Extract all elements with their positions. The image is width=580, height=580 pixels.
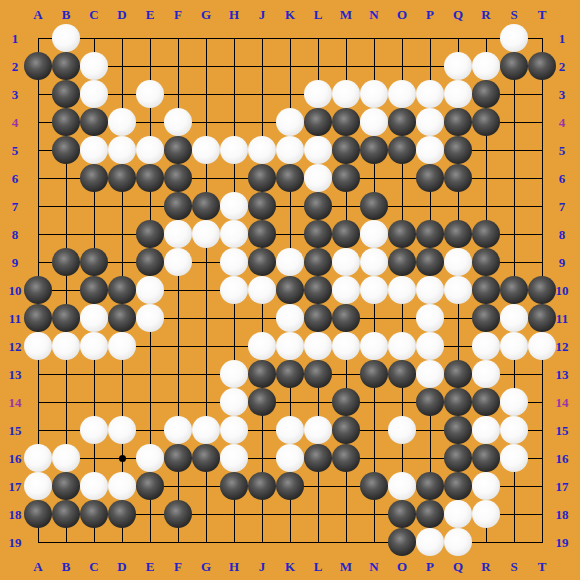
stone-black-R8[interactable] <box>472 220 500 248</box>
go-board: AABBCCDDEEFFGGHHJJKKLLMMNNOOPPQQRRSSTT11… <box>0 0 580 580</box>
stone-white-K5[interactable] <box>276 136 304 164</box>
stone-black-H17[interactable] <box>220 472 248 500</box>
col-label-top-J: J <box>259 8 266 21</box>
col-label-top-H: H <box>229 8 239 21</box>
stone-white-J12[interactable] <box>248 332 276 360</box>
stone-white-B16[interactable] <box>52 444 80 472</box>
stone-white-N4[interactable] <box>360 108 388 136</box>
stone-white-L15[interactable] <box>304 416 332 444</box>
stone-white-R15[interactable] <box>472 416 500 444</box>
stone-white-D4[interactable] <box>108 108 136 136</box>
stone-black-B18[interactable] <box>52 500 80 528</box>
stone-black-E9[interactable] <box>136 248 164 276</box>
col-label-bottom-R: R <box>481 560 490 573</box>
stone-white-D17[interactable] <box>108 472 136 500</box>
stone-black-B17[interactable] <box>52 472 80 500</box>
stone-black-F6[interactable] <box>164 164 192 192</box>
stone-black-M14[interactable] <box>332 388 360 416</box>
stone-black-L16[interactable] <box>304 444 332 472</box>
stone-black-O18[interactable] <box>388 500 416 528</box>
stone-white-R13[interactable] <box>472 360 500 388</box>
stone-white-K4[interactable] <box>276 108 304 136</box>
row-label-right-7: 7 <box>559 200 566 213</box>
stone-black-O19[interactable] <box>388 528 416 556</box>
stone-black-K13[interactable] <box>276 360 304 388</box>
col-label-top-S: S <box>510 8 517 21</box>
stone-white-R2[interactable] <box>472 52 500 80</box>
stone-black-L7[interactable] <box>304 192 332 220</box>
stone-black-P18[interactable] <box>416 500 444 528</box>
stone-white-R17[interactable] <box>472 472 500 500</box>
stone-black-C18[interactable] <box>80 500 108 528</box>
row-label-right-15: 15 <box>556 424 569 437</box>
row-label-right-13: 13 <box>556 368 569 381</box>
stone-black-D6[interactable] <box>108 164 136 192</box>
stone-white-K11[interactable] <box>276 304 304 332</box>
col-label-bottom-S: S <box>510 560 517 573</box>
row-label-left-8: 8 <box>12 228 19 241</box>
stone-black-B9[interactable] <box>52 248 80 276</box>
stone-black-P9[interactable] <box>416 248 444 276</box>
stone-white-O3[interactable] <box>388 80 416 108</box>
stone-black-S10[interactable] <box>500 276 528 304</box>
stone-black-K6[interactable] <box>276 164 304 192</box>
row-label-left-11: 11 <box>9 312 21 325</box>
stone-black-F5[interactable] <box>164 136 192 164</box>
stone-white-P3[interactable] <box>416 80 444 108</box>
col-label-top-P: P <box>426 8 434 21</box>
stone-black-Q4[interactable] <box>444 108 472 136</box>
stone-white-A17[interactable] <box>24 472 52 500</box>
stone-white-M12[interactable] <box>332 332 360 360</box>
stone-black-B3[interactable] <box>52 80 80 108</box>
stone-black-L10[interactable] <box>304 276 332 304</box>
row-label-left-2: 2 <box>12 60 19 73</box>
col-label-bottom-P: P <box>426 560 434 573</box>
stone-black-J14[interactable] <box>248 388 276 416</box>
stone-white-N12[interactable] <box>360 332 388 360</box>
stone-black-K10[interactable] <box>276 276 304 304</box>
stone-white-Q10[interactable] <box>444 276 472 304</box>
row-label-left-19: 19 <box>9 536 22 549</box>
stone-black-M5[interactable] <box>332 136 360 164</box>
stone-black-T11[interactable] <box>528 304 556 332</box>
stone-black-J6[interactable] <box>248 164 276 192</box>
row-label-right-3: 3 <box>559 88 566 101</box>
stone-black-O5[interactable] <box>388 136 416 164</box>
row-label-right-9: 9 <box>559 256 566 269</box>
stone-white-K12[interactable] <box>276 332 304 360</box>
stone-white-O12[interactable] <box>388 332 416 360</box>
stone-white-Q19[interactable] <box>444 528 472 556</box>
stone-white-N8[interactable] <box>360 220 388 248</box>
stone-black-O13[interactable] <box>388 360 416 388</box>
stone-black-C4[interactable] <box>80 108 108 136</box>
stone-black-O8[interactable] <box>388 220 416 248</box>
stone-white-Q18[interactable] <box>444 500 472 528</box>
col-label-bottom-C: C <box>89 560 98 573</box>
col-label-top-T: T <box>538 8 547 21</box>
row-label-left-9: 9 <box>12 256 19 269</box>
stone-white-P11[interactable] <box>416 304 444 332</box>
stone-black-P17[interactable] <box>416 472 444 500</box>
stone-black-S2[interactable] <box>500 52 528 80</box>
stone-black-J8[interactable] <box>248 220 276 248</box>
row-label-left-6: 6 <box>12 172 19 185</box>
stone-black-J9[interactable] <box>248 248 276 276</box>
stone-white-P5[interactable] <box>416 136 444 164</box>
col-label-bottom-G: G <box>201 560 211 573</box>
stone-black-R4[interactable] <box>472 108 500 136</box>
stone-white-J10[interactable] <box>248 276 276 304</box>
stone-white-L3[interactable] <box>304 80 332 108</box>
stone-white-T12[interactable] <box>528 332 556 360</box>
stone-black-R14[interactable] <box>472 388 500 416</box>
row-label-left-14: 14 <box>9 396 22 409</box>
stone-black-Q15[interactable] <box>444 416 472 444</box>
stone-black-Q13[interactable] <box>444 360 472 388</box>
stone-black-M6[interactable] <box>332 164 360 192</box>
stone-black-C10[interactable] <box>80 276 108 304</box>
stone-white-C12[interactable] <box>80 332 108 360</box>
stone-white-D5[interactable] <box>108 136 136 164</box>
stone-black-N5[interactable] <box>360 136 388 164</box>
stone-black-D11[interactable] <box>108 304 136 332</box>
stone-white-P10[interactable] <box>416 276 444 304</box>
row-label-left-12: 12 <box>9 340 22 353</box>
row-label-left-5: 5 <box>12 144 19 157</box>
stone-black-M15[interactable] <box>332 416 360 444</box>
stone-white-Q2[interactable] <box>444 52 472 80</box>
stone-white-D15[interactable] <box>108 416 136 444</box>
stone-white-P12[interactable] <box>416 332 444 360</box>
stone-black-C9[interactable] <box>80 248 108 276</box>
stone-black-M4[interactable] <box>332 108 360 136</box>
col-label-bottom-L: L <box>314 560 323 573</box>
stone-white-G8[interactable] <box>192 220 220 248</box>
col-label-top-M: M <box>340 8 352 21</box>
stone-white-F8[interactable] <box>164 220 192 248</box>
stone-black-F16[interactable] <box>164 444 192 472</box>
stone-white-N3[interactable] <box>360 80 388 108</box>
stone-white-F9[interactable] <box>164 248 192 276</box>
stone-black-J17[interactable] <box>248 472 276 500</box>
row-label-right-10: 10 <box>556 284 569 297</box>
col-label-bottom-F: F <box>174 560 182 573</box>
stone-black-P8[interactable] <box>416 220 444 248</box>
row-label-right-1: 1 <box>559 32 566 45</box>
stone-black-P6[interactable] <box>416 164 444 192</box>
stone-white-L6[interactable] <box>304 164 332 192</box>
stone-black-A18[interactable] <box>24 500 52 528</box>
stone-white-O10[interactable] <box>388 276 416 304</box>
stone-white-G5[interactable] <box>192 136 220 164</box>
stone-white-K16[interactable] <box>276 444 304 472</box>
col-label-top-K: K <box>285 8 295 21</box>
stone-white-C15[interactable] <box>80 416 108 444</box>
row-label-left-1: 1 <box>12 32 19 45</box>
stone-white-S11[interactable] <box>500 304 528 332</box>
stone-white-M9[interactable] <box>332 248 360 276</box>
col-label-top-A: A <box>33 8 42 21</box>
stone-white-H10[interactable] <box>220 276 248 304</box>
col-label-top-E: E <box>146 8 155 21</box>
stone-white-L12[interactable] <box>304 332 332 360</box>
stone-black-G7[interactable] <box>192 192 220 220</box>
row-label-right-18: 18 <box>556 508 569 521</box>
row-label-right-5: 5 <box>559 144 566 157</box>
col-label-bottom-E: E <box>146 560 155 573</box>
col-label-bottom-D: D <box>117 560 126 573</box>
stone-black-R16[interactable] <box>472 444 500 472</box>
stone-white-H7[interactable] <box>220 192 248 220</box>
col-label-top-N: N <box>369 8 378 21</box>
stone-black-P14[interactable] <box>416 388 444 416</box>
star-point-D16 <box>119 455 126 462</box>
stone-black-A2[interactable] <box>24 52 52 80</box>
row-label-right-19: 19 <box>556 536 569 549</box>
stone-white-K9[interactable] <box>276 248 304 276</box>
stone-black-A11[interactable] <box>24 304 52 332</box>
stone-white-N9[interactable] <box>360 248 388 276</box>
stone-white-E5[interactable] <box>136 136 164 164</box>
stone-black-D10[interactable] <box>108 276 136 304</box>
stone-white-Q3[interactable] <box>444 80 472 108</box>
stone-black-B11[interactable] <box>52 304 80 332</box>
stone-white-C5[interactable] <box>80 136 108 164</box>
col-label-top-R: R <box>481 8 490 21</box>
stone-black-M16[interactable] <box>332 444 360 472</box>
stone-white-C2[interactable] <box>80 52 108 80</box>
row-label-right-8: 8 <box>559 228 566 241</box>
stone-black-L13[interactable] <box>304 360 332 388</box>
stone-black-C6[interactable] <box>80 164 108 192</box>
stone-black-T2[interactable] <box>528 52 556 80</box>
stone-white-P19[interactable] <box>416 528 444 556</box>
stone-white-E10[interactable] <box>136 276 164 304</box>
row-label-left-15: 15 <box>9 424 22 437</box>
stone-white-L5[interactable] <box>304 136 332 164</box>
stone-black-N13[interactable] <box>360 360 388 388</box>
stone-white-N10[interactable] <box>360 276 388 304</box>
stone-black-J13[interactable] <box>248 360 276 388</box>
stone-black-R9[interactable] <box>472 248 500 276</box>
col-label-top-B: B <box>62 8 71 21</box>
stone-white-H9[interactable] <box>220 248 248 276</box>
stone-white-S1[interactable] <box>500 24 528 52</box>
stone-white-O15[interactable] <box>388 416 416 444</box>
stone-black-B4[interactable] <box>52 108 80 136</box>
stone-black-L11[interactable] <box>304 304 332 332</box>
stone-white-S15[interactable] <box>500 416 528 444</box>
stone-white-C11[interactable] <box>80 304 108 332</box>
stone-white-C17[interactable] <box>80 472 108 500</box>
col-label-top-G: G <box>201 8 211 21</box>
col-label-bottom-J: J <box>259 560 266 573</box>
col-label-top-D: D <box>117 8 126 21</box>
col-label-bottom-K: K <box>285 560 295 573</box>
col-label-top-O: O <box>397 8 407 21</box>
stone-white-A12[interactable] <box>24 332 52 360</box>
stone-white-M10[interactable] <box>332 276 360 304</box>
stone-black-F7[interactable] <box>164 192 192 220</box>
stone-black-Q5[interactable] <box>444 136 472 164</box>
stone-black-R11[interactable] <box>472 304 500 332</box>
row-label-left-17: 17 <box>9 480 22 493</box>
row-label-right-17: 17 <box>556 480 569 493</box>
stone-black-L4[interactable] <box>304 108 332 136</box>
stone-white-G15[interactable] <box>192 416 220 444</box>
row-label-left-13: 13 <box>9 368 22 381</box>
stone-white-P13[interactable] <box>416 360 444 388</box>
stone-black-N17[interactable] <box>360 472 388 500</box>
row-label-right-2: 2 <box>559 60 566 73</box>
stone-black-Q17[interactable] <box>444 472 472 500</box>
col-label-bottom-O: O <box>397 560 407 573</box>
stone-white-A16[interactable] <box>24 444 52 472</box>
col-label-bottom-T: T <box>538 560 547 573</box>
stone-white-R18[interactable] <box>472 500 500 528</box>
col-label-bottom-Q: Q <box>453 560 463 573</box>
stone-white-F15[interactable] <box>164 416 192 444</box>
row-label-right-12: 12 <box>556 340 569 353</box>
stone-white-Q9[interactable] <box>444 248 472 276</box>
stone-white-R12[interactable] <box>472 332 500 360</box>
stone-white-H13[interactable] <box>220 360 248 388</box>
stone-white-O17[interactable] <box>388 472 416 500</box>
stone-black-R10[interactable] <box>472 276 500 304</box>
stone-white-H15[interactable] <box>220 416 248 444</box>
stone-black-E17[interactable] <box>136 472 164 500</box>
stone-black-A10[interactable] <box>24 276 52 304</box>
stone-black-F18[interactable] <box>164 500 192 528</box>
stone-black-K17[interactable] <box>276 472 304 500</box>
stone-white-M3[interactable] <box>332 80 360 108</box>
row-label-right-14: 14 <box>556 396 569 409</box>
stone-white-E16[interactable] <box>136 444 164 472</box>
col-label-bottom-A: A <box>33 560 42 573</box>
stone-black-L9[interactable] <box>304 248 332 276</box>
stone-white-C3[interactable] <box>80 80 108 108</box>
stone-black-O9[interactable] <box>388 248 416 276</box>
col-label-top-C: C <box>89 8 98 21</box>
stone-black-B2[interactable] <box>52 52 80 80</box>
stone-white-H14[interactable] <box>220 388 248 416</box>
row-label-right-11: 11 <box>556 312 568 325</box>
stone-black-D18[interactable] <box>108 500 136 528</box>
stone-black-N7[interactable] <box>360 192 388 220</box>
stone-white-P4[interactable] <box>416 108 444 136</box>
stone-white-S14[interactable] <box>500 388 528 416</box>
stone-black-T10[interactable] <box>528 276 556 304</box>
stone-black-Q16[interactable] <box>444 444 472 472</box>
stone-white-H8[interactable] <box>220 220 248 248</box>
stone-black-E6[interactable] <box>136 164 164 192</box>
row-label-right-16: 16 <box>556 452 569 465</box>
stone-white-J5[interactable] <box>248 136 276 164</box>
row-label-right-4: 4 <box>559 116 566 129</box>
stone-white-D12[interactable] <box>108 332 136 360</box>
stone-black-G16[interactable] <box>192 444 220 472</box>
stone-white-E11[interactable] <box>136 304 164 332</box>
stone-white-F4[interactable] <box>164 108 192 136</box>
stone-white-H5[interactable] <box>220 136 248 164</box>
stone-white-B1[interactable] <box>52 24 80 52</box>
row-label-left-7: 7 <box>12 200 19 213</box>
col-label-top-F: F <box>174 8 182 21</box>
row-label-left-16: 16 <box>9 452 22 465</box>
row-label-left-18: 18 <box>9 508 22 521</box>
col-label-bottom-B: B <box>62 560 71 573</box>
row-label-left-3: 3 <box>12 88 19 101</box>
stone-black-R3[interactable] <box>472 80 500 108</box>
stone-black-O4[interactable] <box>388 108 416 136</box>
stone-black-L8[interactable] <box>304 220 332 248</box>
row-label-left-10: 10 <box>9 284 22 297</box>
col-label-bottom-M: M <box>340 560 352 573</box>
stone-white-B12[interactable] <box>52 332 80 360</box>
stone-black-J7[interactable] <box>248 192 276 220</box>
col-label-bottom-N: N <box>369 560 378 573</box>
stone-black-M8[interactable] <box>332 220 360 248</box>
stone-black-Q14[interactable] <box>444 388 472 416</box>
stone-white-S12[interactable] <box>500 332 528 360</box>
row-label-left-4: 4 <box>12 116 19 129</box>
stone-black-B5[interactable] <box>52 136 80 164</box>
stone-white-S16[interactable] <box>500 444 528 472</box>
row-label-right-6: 6 <box>559 172 566 185</box>
stone-white-E3[interactable] <box>136 80 164 108</box>
col-label-top-L: L <box>314 8 323 21</box>
stone-black-E8[interactable] <box>136 220 164 248</box>
col-label-bottom-H: H <box>229 560 239 573</box>
stone-black-Q8[interactable] <box>444 220 472 248</box>
stone-white-K15[interactable] <box>276 416 304 444</box>
stone-black-Q6[interactable] <box>444 164 472 192</box>
stone-white-H16[interactable] <box>220 444 248 472</box>
stone-black-M11[interactable] <box>332 304 360 332</box>
col-label-top-Q: Q <box>453 8 463 21</box>
